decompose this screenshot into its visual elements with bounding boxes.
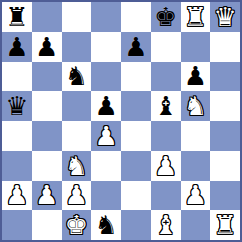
square-f3[interactable]: ♟: [151, 151, 181, 181]
square-f7[interactable]: [151, 32, 181, 62]
chess-board: ♜♚♜♛♟♟♟♞♟♛♟♝♞♟♞♟♟♟♟♟♚♞♝♜: [0, 0, 242, 242]
square-e2[interactable]: [121, 181, 151, 211]
square-g5[interactable]: ♞: [181, 91, 211, 121]
square-c5[interactable]: [62, 91, 92, 121]
square-b8[interactable]: [32, 2, 62, 32]
square-c6[interactable]: ♞: [62, 62, 92, 92]
square-b2[interactable]: ♟: [32, 181, 62, 211]
piece-white-queen[interactable]: ♛: [213, 4, 236, 30]
square-d1[interactable]: ♞: [91, 210, 121, 240]
square-g2[interactable]: ♟: [181, 181, 211, 211]
square-b3[interactable]: [32, 151, 62, 181]
square-g6[interactable]: ♟: [181, 62, 211, 92]
square-e3[interactable]: [121, 151, 151, 181]
square-d3[interactable]: [91, 151, 121, 181]
piece-white-knight[interactable]: ♞: [184, 93, 207, 119]
piece-black-knight[interactable]: ♞: [94, 212, 117, 238]
square-f5[interactable]: ♝: [151, 91, 181, 121]
square-a4[interactable]: [2, 121, 32, 151]
square-b6[interactable]: [32, 62, 62, 92]
square-g4[interactable]: [181, 121, 211, 151]
piece-black-bishop[interactable]: ♝: [154, 93, 177, 119]
piece-black-pawn[interactable]: ♟: [94, 93, 117, 119]
piece-black-pawn[interactable]: ♟: [5, 34, 28, 60]
square-e8[interactable]: [121, 2, 151, 32]
square-g3[interactable]: [181, 151, 211, 181]
piece-white-pawn[interactable]: ♟: [35, 182, 58, 208]
square-e4[interactable]: [121, 121, 151, 151]
square-e6[interactable]: [121, 62, 151, 92]
square-e5[interactable]: [121, 91, 151, 121]
square-g8[interactable]: ♜: [181, 2, 211, 32]
square-d8[interactable]: [91, 2, 121, 32]
square-g1[interactable]: [181, 210, 211, 240]
piece-black-pawn[interactable]: ♟: [35, 34, 58, 60]
piece-white-rook[interactable]: ♜: [213, 212, 236, 238]
square-a2[interactable]: ♟: [2, 181, 32, 211]
square-b5[interactable]: [32, 91, 62, 121]
square-d7[interactable]: [91, 32, 121, 62]
square-a3[interactable]: [2, 151, 32, 181]
square-c1[interactable]: ♚: [62, 210, 92, 240]
square-a8[interactable]: ♜: [2, 2, 32, 32]
square-b7[interactable]: ♟: [32, 32, 62, 62]
piece-black-pawn[interactable]: ♟: [124, 34, 147, 60]
square-e1[interactable]: [121, 210, 151, 240]
square-c2[interactable]: ♟: [62, 181, 92, 211]
square-f1[interactable]: ♝: [151, 210, 181, 240]
square-a6[interactable]: [2, 62, 32, 92]
square-h1[interactable]: ♜: [210, 210, 240, 240]
square-d4[interactable]: ♟: [91, 121, 121, 151]
square-h7[interactable]: [210, 32, 240, 62]
piece-white-knight[interactable]: ♞: [65, 153, 88, 179]
square-h2[interactable]: [210, 181, 240, 211]
square-g7[interactable]: [181, 32, 211, 62]
piece-white-pawn[interactable]: ♟: [5, 182, 28, 208]
square-a5[interactable]: ♛: [2, 91, 32, 121]
square-h5[interactable]: [210, 91, 240, 121]
square-f8[interactable]: ♚: [151, 2, 181, 32]
square-b4[interactable]: [32, 121, 62, 151]
square-e7[interactable]: ♟: [121, 32, 151, 62]
square-h8[interactable]: ♛: [210, 2, 240, 32]
piece-black-rook[interactable]: ♜: [5, 4, 28, 30]
piece-white-pawn[interactable]: ♟: [184, 182, 207, 208]
piece-white-rook[interactable]: ♜: [184, 4, 207, 30]
piece-black-king[interactable]: ♚: [154, 4, 177, 30]
square-c4[interactable]: [62, 121, 92, 151]
piece-white-pawn[interactable]: ♟: [65, 182, 88, 208]
square-h4[interactable]: [210, 121, 240, 151]
square-b1[interactable]: [32, 210, 62, 240]
piece-black-knight[interactable]: ♞: [65, 63, 88, 89]
square-c7[interactable]: [62, 32, 92, 62]
piece-white-king[interactable]: ♚: [65, 212, 88, 238]
square-d5[interactable]: ♟: [91, 91, 121, 121]
square-d2[interactable]: [91, 181, 121, 211]
square-h3[interactable]: [210, 151, 240, 181]
square-a7[interactable]: ♟: [2, 32, 32, 62]
piece-white-pawn[interactable]: ♟: [154, 153, 177, 179]
piece-black-queen[interactable]: ♛: [5, 93, 28, 119]
square-a1[interactable]: [2, 210, 32, 240]
square-c8[interactable]: [62, 2, 92, 32]
square-f2[interactable]: [151, 181, 181, 211]
piece-black-pawn[interactable]: ♟: [184, 63, 207, 89]
square-h6[interactable]: [210, 62, 240, 92]
square-c3[interactable]: ♞: [62, 151, 92, 181]
piece-white-pawn[interactable]: ♟: [94, 123, 117, 149]
piece-white-bishop[interactable]: ♝: [154, 212, 177, 238]
square-f6[interactable]: [151, 62, 181, 92]
square-f4[interactable]: [151, 121, 181, 151]
square-d6[interactable]: [91, 62, 121, 92]
